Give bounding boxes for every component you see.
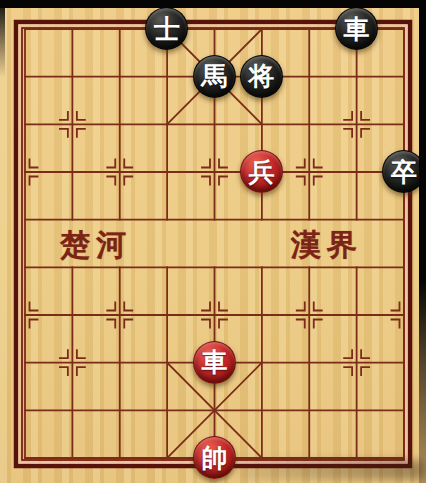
piece-black-chariot[interactable]: 車 bbox=[335, 7, 378, 50]
piece-black-horse[interactable]: 馬 bbox=[193, 55, 236, 98]
piece-red-chariot[interactable]: 車 bbox=[193, 341, 236, 384]
video-edge-left-fade bbox=[0, 8, 5, 78]
piece-layer: 士車馬将卒兵車帥 bbox=[1, 5, 426, 482]
piece-red-general[interactable]: 帥 bbox=[193, 436, 236, 479]
piece-black-advisor[interactable]: 士 bbox=[145, 7, 188, 50]
piece-red-soldier[interactable]: 兵 bbox=[240, 150, 283, 193]
piece-black-general[interactable]: 将 bbox=[240, 55, 283, 98]
video-edge-right bbox=[419, 0, 426, 483]
video-edge-top bbox=[0, 0, 426, 8]
